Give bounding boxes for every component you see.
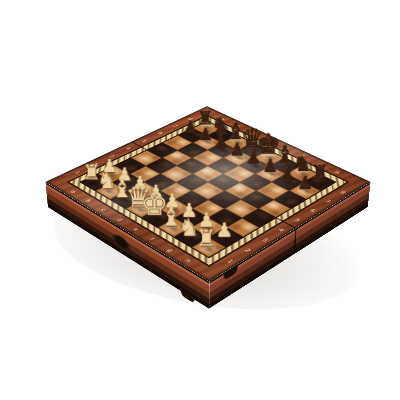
- rank-label-right-5: 5: [293, 218, 302, 223]
- rank-label-left-6: 6: [156, 131, 164, 135]
- rank-label-right-6: 6: [308, 208, 317, 213]
- rank-label-right-3: 3: [260, 237, 269, 243]
- fold-seam-side: [294, 228, 297, 255]
- white-rook-icon: ♜: [184, 227, 228, 250]
- file-label-front-g: g: [165, 247, 175, 253]
- latch-notch: [112, 231, 131, 255]
- file-label-front-b: b: [84, 199, 93, 204]
- file-label-front-f: f: [148, 237, 156, 242]
- chess-case-3d: aa88bb77cc66dd55ee44ff33gg22hh11 ♜♞♝♛♚♝♞…: [45, 106, 370, 282]
- rank-label-right-1: 1: [225, 258, 235, 264]
- black-pawn-icon: ♟: [285, 174, 326, 192]
- rank-label-left-4: 4: [124, 146, 132, 150]
- case-foot: [181, 289, 195, 304]
- rank-label-right-8: 8: [338, 190, 347, 195]
- file-label-front-h: h: [183, 258, 193, 264]
- file-label-front-e: e: [131, 227, 141, 232]
- rank-label-left-5: 5: [140, 139, 148, 143]
- file-label-front-d: d: [115, 217, 125, 222]
- product-photo-scene: aa88bb77cc66dd55ee44ff33gg22hh11 ♜♞♝♛♚♝♞…: [0, 0, 400, 400]
- file-label-front-c: c: [99, 208, 108, 213]
- rank-label-right-2: 2: [243, 248, 253, 254]
- file-label-front-a: a: [69, 190, 78, 195]
- rank-label-right-7: 7: [324, 199, 333, 204]
- rank-label-right-4: 4: [276, 227, 285, 232]
